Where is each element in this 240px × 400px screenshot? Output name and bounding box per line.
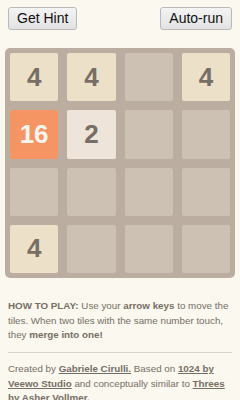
credits-line: Created by Gabriele Cirulli. Based on 10… [8,362,232,400]
empty-cell [67,225,115,273]
divider [8,352,232,353]
board: 4441624 [5,48,235,278]
instructions-part1: Use your [79,300,124,311]
gabriele-cirulli-link[interactable]: Gabriele Cirulli. [59,363,131,374]
tile-4: 4 [67,53,115,101]
tile-16: 16 [10,110,58,158]
empty-cell [125,168,173,216]
how-to-play-label: HOW TO PLAY: [8,300,79,311]
toolbar: Get Hint Auto-run [0,0,240,30]
tile-4: 4 [182,53,230,101]
empty-cell [10,168,58,216]
tile-4: 4 [10,53,58,101]
credits: Created by Gabriele Cirulli. Based on 10… [8,362,232,400]
merge-bold: merge into one! [29,329,102,340]
empty-cell [67,168,115,216]
tile-2: 2 [67,110,115,158]
similar-to-text: and conceptually similar to [72,378,193,389]
get-hint-button[interactable]: Get Hint [8,7,77,30]
empty-cell [182,168,230,216]
empty-cell [125,53,173,101]
empty-cell [125,225,173,273]
auto-run-button[interactable]: Auto-run [160,7,232,30]
created-by-prefix: Created by [8,363,59,374]
empty-cell [125,110,173,158]
arrow-keys-bold: arrow keys [123,300,174,311]
how-to-play-text: HOW TO PLAY: Use your arrow keys to move… [8,299,232,343]
based-on-text: Based on [131,363,178,374]
tile-4: 4 [10,225,58,273]
empty-cell [182,225,230,273]
empty-cell [182,110,230,158]
